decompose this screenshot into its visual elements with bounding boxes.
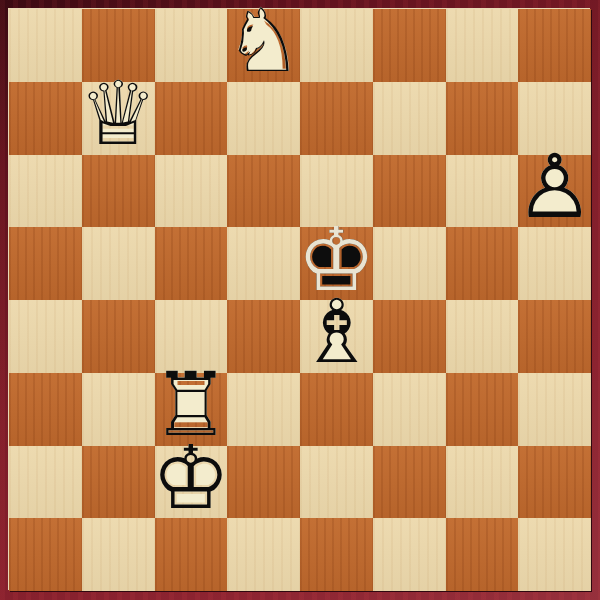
chess-board: ♞♘♛♕♟♙♚♔♝♗♜♖♚♔ bbox=[9, 9, 591, 591]
square-a1[interactable] bbox=[9, 518, 82, 591]
square-g6[interactable] bbox=[446, 155, 519, 228]
square-a3[interactable] bbox=[9, 373, 82, 446]
square-g1[interactable] bbox=[446, 518, 519, 591]
square-h3[interactable] bbox=[518, 373, 591, 446]
square-d1[interactable] bbox=[227, 518, 300, 591]
square-g2[interactable] bbox=[446, 446, 519, 519]
square-h2[interactable] bbox=[518, 446, 591, 519]
square-g7[interactable] bbox=[446, 82, 519, 155]
square-b3[interactable] bbox=[82, 373, 155, 446]
white-pawn[interactable]: ♟♙ bbox=[518, 155, 591, 228]
square-b1[interactable] bbox=[82, 518, 155, 591]
square-g5[interactable] bbox=[446, 227, 519, 300]
square-e2[interactable] bbox=[300, 446, 373, 519]
square-d8[interactable]: ♞♘ bbox=[227, 9, 300, 82]
square-f5[interactable] bbox=[373, 227, 446, 300]
board-frame: ♞♘♛♕♟♙♚♔♝♗♜♖♚♔ bbox=[0, 0, 600, 600]
square-a2[interactable] bbox=[9, 446, 82, 519]
square-a6[interactable] bbox=[9, 155, 82, 228]
white-knight[interactable]: ♞♘ bbox=[227, 9, 300, 82]
pawn-outline-glyph: ♙ bbox=[515, 143, 594, 231]
white-king[interactable]: ♚♔ bbox=[155, 446, 228, 519]
square-f4[interactable] bbox=[373, 300, 446, 373]
square-h8[interactable] bbox=[518, 9, 591, 82]
square-d4[interactable] bbox=[227, 300, 300, 373]
square-g4[interactable] bbox=[446, 300, 519, 373]
square-g3[interactable] bbox=[446, 373, 519, 446]
square-d2[interactable] bbox=[227, 446, 300, 519]
square-e4[interactable]: ♝♗ bbox=[300, 300, 373, 373]
square-a7[interactable] bbox=[9, 82, 82, 155]
square-e8[interactable] bbox=[300, 9, 373, 82]
square-d3[interactable] bbox=[227, 373, 300, 446]
square-b2[interactable] bbox=[82, 446, 155, 519]
square-e1[interactable] bbox=[300, 518, 373, 591]
square-b5[interactable] bbox=[82, 227, 155, 300]
king-outline-glyph: ♔ bbox=[151, 434, 230, 522]
square-g8[interactable] bbox=[446, 9, 519, 82]
square-h4[interactable] bbox=[518, 300, 591, 373]
white-bishop[interactable]: ♝♗ bbox=[300, 300, 373, 373]
square-a8[interactable] bbox=[9, 9, 82, 82]
square-c6[interactable] bbox=[155, 155, 228, 228]
square-f2[interactable] bbox=[373, 446, 446, 519]
square-b7[interactable]: ♛♕ bbox=[82, 82, 155, 155]
square-h6[interactable]: ♟♙ bbox=[518, 155, 591, 228]
square-c7[interactable] bbox=[155, 82, 228, 155]
square-f7[interactable] bbox=[373, 82, 446, 155]
square-c8[interactable] bbox=[155, 9, 228, 82]
square-f3[interactable] bbox=[373, 373, 446, 446]
square-c2[interactable]: ♚♔ bbox=[155, 446, 228, 519]
square-b4[interactable] bbox=[82, 300, 155, 373]
square-d6[interactable] bbox=[227, 155, 300, 228]
square-f8[interactable] bbox=[373, 9, 446, 82]
square-e7[interactable] bbox=[300, 82, 373, 155]
square-a4[interactable] bbox=[9, 300, 82, 373]
queen-outline-glyph: ♕ bbox=[79, 71, 158, 159]
square-f1[interactable] bbox=[373, 518, 446, 591]
square-a5[interactable] bbox=[9, 227, 82, 300]
square-c5[interactable] bbox=[155, 227, 228, 300]
square-f6[interactable] bbox=[373, 155, 446, 228]
square-h1[interactable] bbox=[518, 518, 591, 591]
bishop-outline-glyph: ♗ bbox=[297, 289, 376, 377]
square-d5[interactable] bbox=[227, 227, 300, 300]
white-queen[interactable]: ♛♕ bbox=[82, 82, 155, 155]
knight-outline-glyph: ♘ bbox=[224, 0, 303, 86]
